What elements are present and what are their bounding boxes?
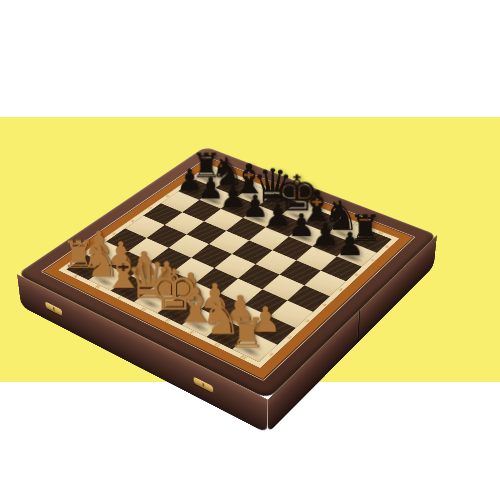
chess-box: ABCDEFGH ABCDEFGH 87654321 87654321 ♜♞♝♛… xyxy=(17,147,437,400)
piece-black-pawn[interactable]: ♟ xyxy=(330,228,371,260)
fold-seam xyxy=(357,309,360,343)
brass-clasp-center xyxy=(194,376,214,393)
piece-white-rook[interactable]: ♜ xyxy=(224,313,270,355)
brass-clasp-left xyxy=(45,301,62,316)
chess-scene: ABCDEFGH ABCDEFGH 87654321 87654321 ♜♞♝♛… xyxy=(0,0,500,500)
board-top-face: ABCDEFGH ABCDEFGH 87654321 87654321 ♜♞♝♛… xyxy=(17,147,437,400)
